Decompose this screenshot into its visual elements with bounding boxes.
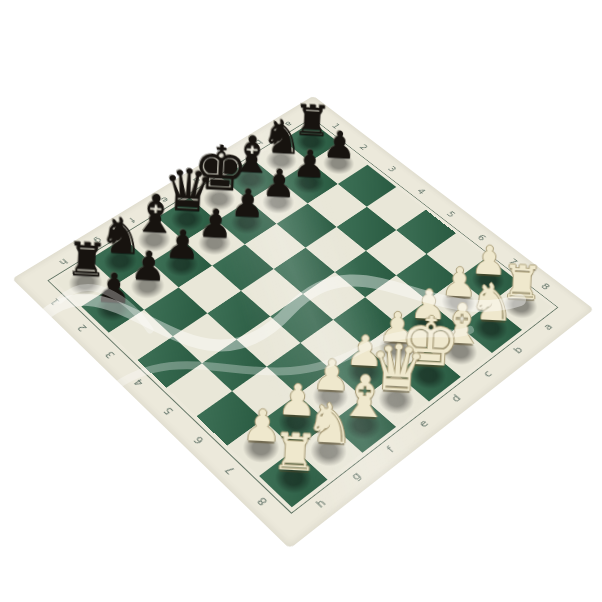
file-label-bottom-g: g — [331, 455, 383, 497]
chessboard: ♜♞♝♛♚♝♞♜♟♟♟♟♟♟♟♟♟♟♟♟♟♟♟♟♜♞♝♛♚♝♞♜ hgfedcb… — [12, 96, 594, 549]
rank-label-left-5: 5 — [143, 391, 194, 431]
rank-label-right-4: 4 — [399, 176, 443, 207]
rank-label-left-8: 8 — [236, 479, 289, 523]
black-pawn[interactable]: ♟ — [72, 266, 155, 311]
rank-label-left-4: 4 — [114, 363, 165, 402]
chess-set-photo: ♜♞♝♛♚♝♞♜♟♟♟♟♟♟♟♟♟♟♟♟♟♟♟♟♜♞♝♛♚♝♞♜ hgfedcb… — [0, 0, 602, 602]
white-rook[interactable]: ♜ — [249, 425, 340, 480]
rank-label-right-5: 5 — [429, 199, 473, 231]
file-label-bottom-a: a — [525, 309, 571, 345]
